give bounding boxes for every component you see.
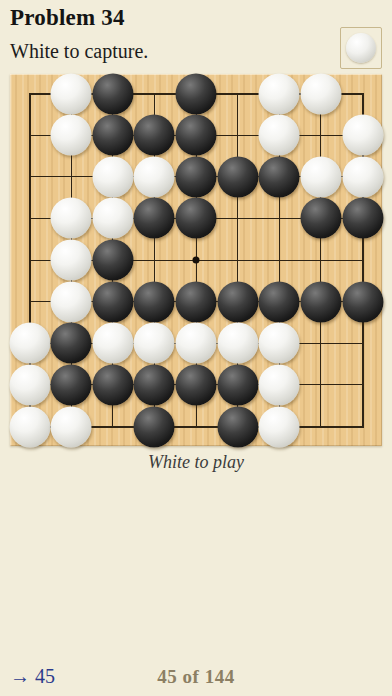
white-stone <box>134 323 175 364</box>
black-stone <box>176 198 217 239</box>
black-stone <box>176 73 217 114</box>
black-stone <box>217 281 258 322</box>
problem-title: Problem 34 <box>10 5 125 31</box>
black-stone <box>92 115 133 156</box>
white-stone <box>9 323 50 364</box>
black-stone <box>259 156 300 197</box>
black-stone <box>134 281 175 322</box>
turn-indicator-button[interactable] <box>340 27 382 69</box>
star-point <box>193 257 200 264</box>
black-stone <box>176 156 217 197</box>
black-stone <box>134 406 175 447</box>
black-stone <box>176 115 217 156</box>
white-stone <box>92 156 133 197</box>
grid-line <box>320 93 321 428</box>
black-stone <box>342 281 383 322</box>
white-stone-icon <box>346 33 376 63</box>
white-stone <box>342 115 383 156</box>
board-caption: White to play <box>0 452 392 473</box>
black-stone <box>300 281 341 322</box>
white-stone <box>9 364 50 405</box>
black-stone <box>134 115 175 156</box>
black-stone <box>51 323 92 364</box>
progress-label: 45 of 144 <box>0 666 392 688</box>
white-stone <box>259 115 300 156</box>
white-stone <box>259 406 300 447</box>
black-stone <box>134 198 175 239</box>
white-stone <box>51 198 92 239</box>
white-stone <box>259 323 300 364</box>
white-stone <box>259 364 300 405</box>
black-stone <box>176 281 217 322</box>
black-stone <box>300 198 341 239</box>
white-stone <box>9 406 50 447</box>
black-stone <box>51 364 92 405</box>
black-stone <box>92 73 133 114</box>
black-stone <box>92 281 133 322</box>
black-stone <box>259 281 300 322</box>
black-stone <box>176 364 217 405</box>
black-stone <box>217 364 258 405</box>
white-stone <box>217 323 258 364</box>
white-stone <box>134 156 175 197</box>
black-stone <box>92 364 133 405</box>
black-stone <box>217 156 258 197</box>
white-stone <box>92 198 133 239</box>
black-stone <box>217 406 258 447</box>
white-stone <box>51 115 92 156</box>
white-stone <box>51 406 92 447</box>
white-stone <box>342 156 383 197</box>
go-board[interactable] <box>10 74 382 446</box>
black-stone <box>134 364 175 405</box>
white-stone <box>176 323 217 364</box>
white-stone <box>51 240 92 281</box>
problem-instruction: White to capture. <box>10 40 148 63</box>
white-stone <box>92 323 133 364</box>
black-stone <box>92 240 133 281</box>
white-stone <box>300 73 341 114</box>
white-stone <box>259 73 300 114</box>
white-stone <box>51 281 92 322</box>
white-stone <box>300 156 341 197</box>
white-stone <box>51 73 92 114</box>
black-stone <box>342 198 383 239</box>
